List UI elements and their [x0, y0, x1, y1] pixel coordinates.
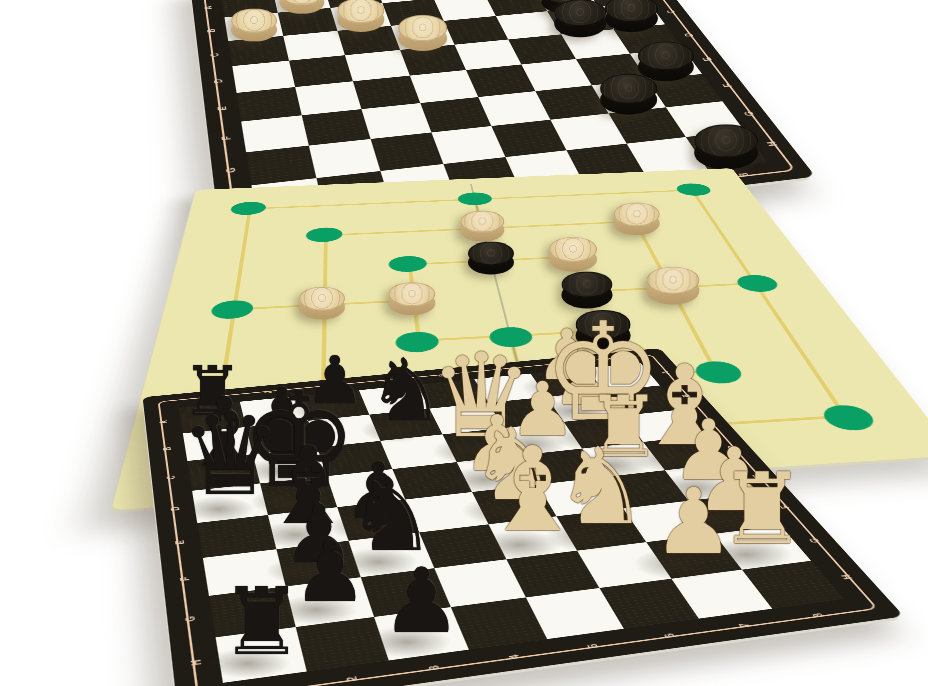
checkers-coordinate-label: F [721, 83, 735, 87]
checkers-coordinate-label: F [219, 136, 233, 141]
chess-coordinate-label: 7 [736, 623, 752, 629]
chess-coordinate-label: C [164, 475, 176, 480]
chess-coordinate-label: 8 [602, 358, 613, 361]
board-game-set-photo: AABBCCDDEEFFGGHH1122334455667788 AABBCCD… [0, 0, 928, 686]
chess-coordinate-label: E [173, 540, 186, 545]
checkers-coordinate-label: G [223, 167, 237, 173]
chess-coordinate-label: G [183, 615, 198, 622]
checkers-coordinate-label: E [215, 106, 228, 111]
chess-coordinate-label: 7 [548, 363, 559, 366]
chess-square [296, 617, 389, 671]
chess-coordinate-label: 2 [344, 676, 360, 682]
chess-coordinate-label: 2 [263, 390, 274, 393]
chess-coordinate-label: 5 [585, 643, 601, 649]
chess-coordinate-label: 6 [493, 369, 504, 372]
checkers-coordinate-label: D [212, 78, 225, 83]
chess-coordinate-label: F [177, 576, 191, 581]
chess-square [216, 627, 307, 683]
chess-coordinate-label: 5 [437, 374, 448, 377]
checkers-coordinate-label: C [664, 9, 677, 13]
chess-coordinate-label: D [725, 445, 738, 449]
checkers-coordinate-label: G [741, 111, 756, 117]
chess-coordinate-label: 3 [426, 665, 442, 671]
checkers-coordinate-label: A [202, 6, 214, 10]
chess-coordinate-label: 8 [809, 613, 825, 618]
morris-point [817, 404, 879, 431]
chess-coordinate-label: B [161, 447, 173, 451]
checkers-coordinate-label: H [764, 141, 780, 147]
checkers-coordinate-label: B [205, 28, 217, 32]
checkers-coordinate-label: D [682, 33, 695, 37]
checkers-coordinate-label: C [208, 53, 220, 58]
chess-coordinate-label: H [838, 574, 854, 580]
chess-coordinate-label: H [188, 659, 203, 666]
chess-coordinate-label: F [777, 505, 791, 510]
chess-coordinate-label: 4 [506, 654, 522, 660]
chess-coordinate-label: C [702, 419, 715, 423]
chess-coordinate-label: B [680, 394, 692, 398]
chess-coordinate-label: 3 [322, 385, 333, 388]
chess-coordinate-label: A [157, 420, 169, 424]
chess-coordinate-label: 6 [661, 633, 677, 639]
chess-coordinate-label: G [806, 537, 822, 543]
checkers-coordinate-label: E [701, 57, 715, 61]
chess-coordinate-label: D [168, 506, 181, 511]
chess-coordinate-label: 4 [380, 379, 391, 382]
chess-coordinate-label: A [660, 371, 672, 375]
chess-coordinate-label: 1 [203, 396, 214, 399]
chess-coordinate-label: E [750, 474, 764, 478]
